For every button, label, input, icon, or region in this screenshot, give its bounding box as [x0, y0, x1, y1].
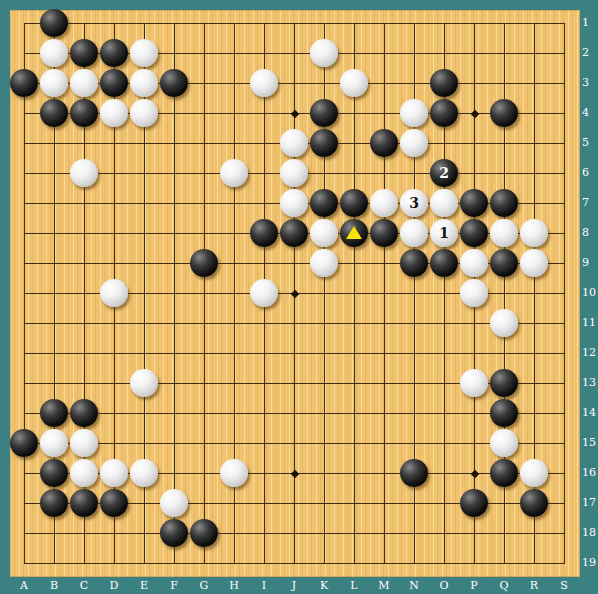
black-stone-O3[interactable] [430, 69, 458, 97]
column-label-F: F [159, 578, 189, 594]
column-label-R: R [519, 578, 549, 594]
black-stone-N9[interactable] [400, 249, 428, 277]
column-label-J: J [279, 578, 309, 594]
white-stone-H6[interactable] [220, 159, 248, 187]
black-stone-P7[interactable] [460, 189, 488, 217]
grid-line-vertical [354, 23, 355, 564]
white-stone-Q11[interactable] [490, 309, 518, 337]
black-stone-Q16[interactable] [490, 459, 518, 487]
white-stone-D4[interactable] [100, 99, 128, 127]
white-stone-E2[interactable] [130, 39, 158, 67]
row-label-4: 4 [582, 105, 598, 121]
grid-line-horizontal [24, 353, 565, 354]
black-stone-P17[interactable] [460, 489, 488, 517]
row-label-8: 8 [582, 225, 598, 241]
white-stone-P9[interactable] [460, 249, 488, 277]
column-label-M: M [369, 578, 399, 594]
black-stone-M8[interactable] [370, 219, 398, 247]
column-label-L: L [339, 578, 369, 594]
black-stone-D2[interactable] [100, 39, 128, 67]
black-stone-Q9[interactable] [490, 249, 518, 277]
row-label-1: 1 [582, 15, 598, 31]
white-stone-D16[interactable] [100, 459, 128, 487]
white-stone-C16[interactable] [70, 459, 98, 487]
column-label-O: O [429, 578, 459, 594]
star-point-J16 [291, 470, 299, 478]
grid-line-horizontal [24, 413, 565, 414]
go-board[interactable]: 231 [10, 10, 580, 577]
white-stone-O8[interactable]: 1 [430, 219, 458, 247]
column-label-B: B [39, 578, 69, 594]
black-stone-Q13[interactable] [490, 369, 518, 397]
star-point-J10 [291, 290, 299, 298]
white-stone-I3[interactable] [250, 69, 278, 97]
row-label-7: 7 [582, 195, 598, 211]
black-stone-G18[interactable] [190, 519, 218, 547]
white-stone-B3[interactable] [40, 69, 68, 97]
row-label-19: 19 [582, 555, 598, 571]
move-number-label: 1 [430, 219, 458, 247]
white-stone-H16[interactable] [220, 459, 248, 487]
move-number-label: 2 [430, 159, 458, 187]
move-number-label: 3 [400, 189, 428, 217]
black-stone-B1[interactable] [40, 9, 68, 37]
white-stone-K2[interactable] [310, 39, 338, 67]
white-stone-J5[interactable] [280, 129, 308, 157]
column-label-C: C [69, 578, 99, 594]
row-label-13: 13 [582, 375, 598, 391]
white-stone-P13[interactable] [460, 369, 488, 397]
black-stone-A3[interactable] [10, 69, 38, 97]
black-stone-B14[interactable] [40, 399, 68, 427]
white-stone-E4[interactable] [130, 99, 158, 127]
star-point-P4 [471, 110, 479, 118]
column-label-H: H [219, 578, 249, 594]
black-stone-O4[interactable] [430, 99, 458, 127]
white-stone-E3[interactable] [130, 69, 158, 97]
row-label-6: 6 [582, 165, 598, 181]
row-label-9: 9 [582, 255, 598, 271]
black-stone-A15[interactable] [10, 429, 38, 457]
grid-line-horizontal [24, 323, 565, 324]
row-label-18: 18 [582, 525, 598, 541]
white-stone-F17[interactable] [160, 489, 188, 517]
grid-line-vertical [384, 23, 385, 564]
row-label-10: 10 [582, 285, 598, 301]
white-stone-N4[interactable] [400, 99, 428, 127]
column-label-S: S [549, 578, 579, 594]
white-stone-I10[interactable] [250, 279, 278, 307]
black-stone-B16[interactable] [40, 459, 68, 487]
white-stone-K9[interactable] [310, 249, 338, 277]
black-stone-D3[interactable] [100, 69, 128, 97]
row-label-12: 12 [582, 345, 598, 361]
star-point-J4 [291, 110, 299, 118]
row-label-11: 11 [582, 315, 598, 331]
column-label-P: P [459, 578, 489, 594]
column-label-N: N [399, 578, 429, 594]
column-label-Q: Q [489, 578, 519, 594]
white-stone-K8[interactable] [310, 219, 338, 247]
white-stone-E13[interactable] [130, 369, 158, 397]
black-stone-C2[interactable] [70, 39, 98, 67]
black-stone-L7[interactable] [340, 189, 368, 217]
white-stone-C15[interactable] [70, 429, 98, 457]
black-stone-Q7[interactable] [490, 189, 518, 217]
white-stone-L3[interactable] [340, 69, 368, 97]
black-stone-I8[interactable] [250, 219, 278, 247]
grid-line-vertical [564, 23, 565, 564]
row-label-2: 2 [582, 45, 598, 61]
white-stone-R16[interactable] [520, 459, 548, 487]
white-stone-Q15[interactable] [490, 429, 518, 457]
black-stone-K5[interactable] [310, 129, 338, 157]
grid-line-horizontal [24, 533, 565, 534]
grid-line-horizontal [24, 443, 565, 444]
black-stone-K4[interactable] [310, 99, 338, 127]
column-label-K: K [309, 578, 339, 594]
white-stone-R9[interactable] [520, 249, 548, 277]
row-label-15: 15 [582, 435, 598, 451]
white-stone-R8[interactable] [520, 219, 548, 247]
white-stone-D10[interactable] [100, 279, 128, 307]
black-stone-B4[interactable] [40, 99, 68, 127]
black-stone-F18[interactable] [160, 519, 188, 547]
column-label-D: D [99, 578, 129, 594]
go-board-frame: 231 ABCDEFGHIJKLMNOPQRS 1234567891011121… [0, 0, 598, 594]
black-stone-O6[interactable]: 2 [430, 159, 458, 187]
black-stone-L8[interactable] [340, 219, 368, 247]
white-stone-B15[interactable] [40, 429, 68, 457]
white-stone-C3[interactable] [70, 69, 98, 97]
black-stone-M5[interactable] [370, 129, 398, 157]
row-label-5: 5 [582, 135, 598, 151]
black-stone-C14[interactable] [70, 399, 98, 427]
white-stone-N5[interactable] [400, 129, 428, 157]
black-stone-C17[interactable] [70, 489, 98, 517]
white-stone-E16[interactable] [130, 459, 158, 487]
black-stone-G9[interactable] [190, 249, 218, 277]
black-stone-R17[interactable] [520, 489, 548, 517]
black-stone-Q14[interactable] [490, 399, 518, 427]
black-stone-B17[interactable] [40, 489, 68, 517]
white-stone-J7[interactable] [280, 189, 308, 217]
white-stone-P10[interactable] [460, 279, 488, 307]
black-stone-N16[interactable] [400, 459, 428, 487]
black-stone-D17[interactable] [100, 489, 128, 517]
white-stone-J6[interactable] [280, 159, 308, 187]
black-stone-P8[interactable] [460, 219, 488, 247]
white-stone-O7[interactable] [430, 189, 458, 217]
black-stone-C4[interactable] [70, 99, 98, 127]
black-stone-O9[interactable] [430, 249, 458, 277]
black-stone-F3[interactable] [160, 69, 188, 97]
column-label-G: G [189, 578, 219, 594]
triangle-marker [346, 226, 362, 239]
white-stone-Q8[interactable] [490, 219, 518, 247]
white-stone-M7[interactable] [370, 189, 398, 217]
row-label-3: 3 [582, 75, 598, 91]
row-label-14: 14 [582, 405, 598, 421]
column-label-E: E [129, 578, 159, 594]
column-label-A: A [9, 578, 39, 594]
row-label-16: 16 [582, 465, 598, 481]
white-stone-N8[interactable] [400, 219, 428, 247]
white-stone-B2[interactable] [40, 39, 68, 67]
black-stone-K7[interactable] [310, 189, 338, 217]
white-stone-C6[interactable] [70, 159, 98, 187]
white-stone-N7[interactable]: 3 [400, 189, 428, 217]
column-label-I: I [249, 578, 279, 594]
grid-line-horizontal [24, 563, 565, 564]
black-stone-Q4[interactable] [490, 99, 518, 127]
black-stone-J8[interactable] [280, 219, 308, 247]
row-label-17: 17 [582, 495, 598, 511]
star-point-P16 [471, 470, 479, 478]
